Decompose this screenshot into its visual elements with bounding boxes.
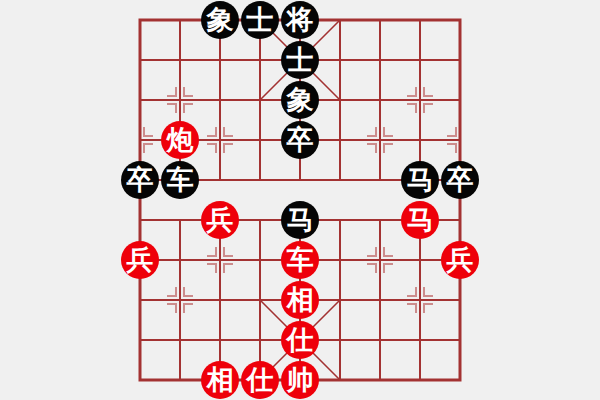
piece-red-elephant[interactable]: 相 <box>281 281 319 319</box>
piece-red-general[interactable]: 帅 <box>281 361 319 399</box>
piece-red-chariot[interactable]: 车 <box>281 241 319 279</box>
piece-red-soldier[interactable]: 兵 <box>121 241 159 279</box>
piece-black-elephant[interactable]: 象 <box>281 81 319 119</box>
piece-black-general[interactable]: 将 <box>281 1 319 39</box>
piece-black-soldier[interactable]: 卒 <box>121 161 159 199</box>
piece-red-soldier[interactable]: 兵 <box>201 201 239 239</box>
piece-black-advisor[interactable]: 士 <box>281 41 319 79</box>
pieces-grid: 象士将士象炮卒卒车马卒兵马马兵车兵相仕相仕帅 <box>120 0 480 400</box>
xiangqi-diagram: 象士将士象炮卒卒车马卒兵马马兵车兵相仕相仕帅 <box>0 0 600 400</box>
piece-red-cannon[interactable]: 炮 <box>161 121 199 159</box>
piece-black-horse[interactable]: 马 <box>281 201 319 239</box>
piece-red-horse[interactable]: 马 <box>401 201 439 239</box>
piece-black-elephant[interactable]: 象 <box>201 1 239 39</box>
piece-black-advisor[interactable]: 士 <box>241 1 279 39</box>
piece-red-advisor[interactable]: 仕 <box>241 361 279 399</box>
piece-black-chariot[interactable]: 车 <box>161 161 199 199</box>
piece-black-soldier[interactable]: 卒 <box>281 121 319 159</box>
piece-red-soldier[interactable]: 兵 <box>441 241 479 279</box>
piece-black-soldier[interactable]: 卒 <box>441 161 479 199</box>
piece-red-advisor[interactable]: 仕 <box>281 321 319 359</box>
piece-black-horse[interactable]: 马 <box>401 161 439 199</box>
piece-red-elephant[interactable]: 相 <box>201 361 239 399</box>
